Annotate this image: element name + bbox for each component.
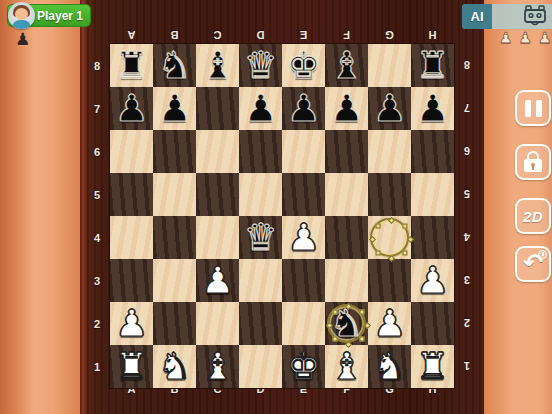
- square-d6[interactable]: [239, 130, 282, 173]
- square-b8[interactable]: ♞: [153, 44, 196, 87]
- piece-black-pawn-h7[interactable]: ♟: [411, 87, 454, 130]
- square-e5[interactable]: [282, 173, 325, 216]
- square-f2[interactable]: ♞: [325, 302, 368, 345]
- file-label-c-top: C: [196, 23, 239, 41]
- rank-label-4-left: 4: [86, 216, 108, 259]
- square-h4[interactable]: [411, 216, 454, 259]
- square-g6[interactable]: [368, 130, 411, 173]
- piece-black-rook-h8[interactable]: ♜: [411, 44, 454, 87]
- piece-black-pawn-d7[interactable]: ♟: [239, 87, 282, 130]
- file-label-e-top: E: [282, 23, 325, 41]
- ai-name-box: AI: [462, 4, 492, 29]
- rank-labels-left: 87654321: [86, 44, 108, 388]
- square-h8[interactable]: ♜: [411, 44, 454, 87]
- square-e7[interactable]: ♟: [282, 87, 325, 130]
- piece-white-bishop-f1[interactable]: ♝: [325, 345, 368, 388]
- square-c8[interactable]: ♝: [196, 44, 239, 87]
- piece-black-pawn-f7[interactable]: ♟: [325, 87, 368, 130]
- pause-button[interactable]: [515, 90, 551, 126]
- square-c4[interactable]: [196, 216, 239, 259]
- piece-white-pawn-c3[interactable]: ♟: [196, 259, 239, 302]
- captured-black-pawn-icon: ♟: [15, 29, 30, 49]
- square-a1[interactable]: ♜: [110, 345, 153, 388]
- square-f1[interactable]: ♝: [325, 345, 368, 388]
- file-label-g-top: G: [368, 23, 411, 41]
- piece-white-pawn-a2[interactable]: ♟: [110, 302, 153, 345]
- piece-black-king-e8[interactable]: ♚: [282, 44, 325, 87]
- square-c7[interactable]: [196, 87, 239, 130]
- square-c3[interactable]: ♟: [196, 259, 239, 302]
- rank-label-2-left: 2: [86, 302, 108, 345]
- pause-icon: [525, 100, 542, 117]
- square-e6[interactable]: [282, 130, 325, 173]
- captured-tray-left: ♟: [15, 29, 30, 49]
- view-2d-button[interactable]: 2D: [515, 198, 551, 234]
- avatar-shirt: [12, 20, 31, 29]
- file-label-b-top: B: [153, 23, 196, 41]
- piece-black-knight-b8[interactable]: ♞: [153, 44, 196, 87]
- square-e8[interactable]: ♚: [282, 44, 325, 87]
- square-g4[interactable]: [368, 216, 411, 259]
- square-g5[interactable]: [368, 173, 411, 216]
- rank-label-2-right: 2: [456, 302, 478, 345]
- square-d4[interactable]: ♛: [239, 216, 282, 259]
- square-e3[interactable]: [282, 259, 325, 302]
- square-f7[interactable]: ♟: [325, 87, 368, 130]
- rank-label-7-right: 7: [456, 87, 478, 130]
- square-d5[interactable]: [239, 173, 282, 216]
- square-h7[interactable]: ♟: [411, 87, 454, 130]
- rank-label-6-left: 6: [86, 130, 108, 173]
- piece-black-pawn-a7[interactable]: ♟: [110, 87, 153, 130]
- rank-label-6-right: 6: [456, 130, 478, 173]
- square-c1[interactable]: ♝: [196, 345, 239, 388]
- file-label-d-top: D: [239, 23, 282, 41]
- rank-label-1-right: 1: [456, 345, 478, 388]
- lock-icon: [524, 151, 542, 173]
- ai-name-banner: AI: [462, 4, 552, 29]
- square-d8[interactable]: ♛: [239, 44, 282, 87]
- square-c5[interactable]: [196, 173, 239, 216]
- square-h2[interactable]: [411, 302, 454, 345]
- piece-black-queen-d8[interactable]: ♛: [239, 44, 282, 87]
- move-highlight-ring-g4: [370, 218, 409, 257]
- file-labels-top: ABCDEFGH: [110, 23, 454, 41]
- square-b7[interactable]: ♟: [153, 87, 196, 130]
- piece-black-bishop-c8[interactable]: ♝: [196, 44, 239, 87]
- square-a8[interactable]: ♜: [110, 44, 153, 87]
- piece-black-knight-f2[interactable]: ♞: [325, 302, 368, 345]
- square-b6[interactable]: [153, 130, 196, 173]
- square-a2[interactable]: ♟: [110, 302, 153, 345]
- chess-board[interactable]: ♜♞♝♛♚♝♜♟♟♟♟♟♟♟♛♟♟♟♟♞♟♜♞♝♚♝♞♜: [110, 44, 454, 388]
- rank-label-3-right: 3: [456, 259, 478, 302]
- rank-label-8-right: 8: [456, 44, 478, 87]
- ai-name: AI: [471, 9, 484, 24]
- piece-white-pawn-e4[interactable]: ♟: [282, 216, 325, 259]
- square-g3[interactable]: [368, 259, 411, 302]
- piece-black-bishop-f8[interactable]: ♝: [325, 44, 368, 87]
- square-d2[interactable]: [239, 302, 282, 345]
- square-f5[interactable]: [325, 173, 368, 216]
- square-c2[interactable]: [196, 302, 239, 345]
- square-a6[interactable]: [110, 130, 153, 173]
- square-a5[interactable]: [110, 173, 153, 216]
- square-g2[interactable]: ♟: [368, 302, 411, 345]
- square-f8[interactable]: ♝: [325, 44, 368, 87]
- square-f6[interactable]: [325, 130, 368, 173]
- square-a3[interactable]: [110, 259, 153, 302]
- avatar-face: [15, 8, 28, 20]
- robot-icon: [523, 5, 547, 28]
- square-b2[interactable]: [153, 302, 196, 345]
- square-h6[interactable]: [411, 130, 454, 173]
- square-e1[interactable]: ♚: [282, 345, 325, 388]
- square-a7[interactable]: ♟: [110, 87, 153, 130]
- piece-white-rook-a1[interactable]: ♜: [110, 345, 153, 388]
- player1-name: Player 1: [37, 9, 83, 23]
- piece-black-queen-d4[interactable]: ♛: [239, 216, 282, 259]
- square-h1[interactable]: ♜: [411, 345, 454, 388]
- captured-tray-right: ♟♟♟: [499, 29, 551, 47]
- square-g1[interactable]: ♞: [368, 345, 411, 388]
- undo-clock-detail: [538, 250, 547, 259]
- piece-black-pawn-g7[interactable]: ♟: [368, 87, 411, 130]
- rank-label-7-left: 7: [86, 87, 108, 130]
- lock-button[interactable]: [515, 144, 551, 180]
- piece-white-pawn-h3[interactable]: ♟: [411, 259, 454, 302]
- piece-white-knight-b1[interactable]: ♞: [153, 345, 196, 388]
- square-e2[interactable]: [282, 302, 325, 345]
- rank-label-8-left: 8: [86, 44, 108, 87]
- piece-black-rook-a8[interactable]: ♜: [110, 44, 153, 87]
- rank-label-5-right: 5: [456, 173, 478, 216]
- piece-white-pawn-g2[interactable]: ♟: [368, 302, 411, 345]
- undo-button[interactable]: ↶: [515, 246, 551, 282]
- view-2d-label: 2D: [523, 208, 543, 225]
- file-label-h-top: H: [411, 23, 454, 41]
- rank-label-4-right: 4: [456, 216, 478, 259]
- square-h3[interactable]: ♟: [411, 259, 454, 302]
- square-g8[interactable]: [368, 44, 411, 87]
- person-avatar-icon: [8, 2, 35, 29]
- square-b4[interactable]: [153, 216, 196, 259]
- rank-label-1-left: 1: [86, 345, 108, 388]
- square-e4[interactable]: ♟: [282, 216, 325, 259]
- piece-white-knight-g1[interactable]: ♞: [368, 345, 411, 388]
- captured-white-pawn-icon: ♟: [518, 29, 531, 47]
- piece-black-pawn-e7[interactable]: ♟: [282, 87, 325, 130]
- rank-label-3-left: 3: [86, 259, 108, 302]
- chess-app-screen: ABCDEFGH ABCDEFGH 87654321 87654321 ♜♞♝♛…: [0, 0, 552, 414]
- file-label-a-top: A: [110, 23, 153, 41]
- rank-label-5-left: 5: [86, 173, 108, 216]
- square-c6[interactable]: [196, 130, 239, 173]
- square-h5[interactable]: [411, 173, 454, 216]
- captured-white-pawn-icon: ♟: [538, 29, 551, 47]
- piece-white-bishop-c1[interactable]: ♝: [196, 345, 239, 388]
- square-g7[interactable]: ♟: [368, 87, 411, 130]
- square-d3[interactable]: [239, 259, 282, 302]
- rank-labels-right: 87654321: [456, 44, 478, 388]
- file-label-f-top: F: [325, 23, 368, 41]
- captured-white-pawn-icon: ♟: [499, 29, 512, 47]
- square-b3[interactable]: [153, 259, 196, 302]
- square-b5[interactable]: [153, 173, 196, 216]
- square-f3[interactable]: [325, 259, 368, 302]
- square-b1[interactable]: ♞: [153, 345, 196, 388]
- piece-black-pawn-b7[interactable]: ♟: [153, 87, 196, 130]
- square-f4[interactable]: [325, 216, 368, 259]
- square-d7[interactable]: ♟: [239, 87, 282, 130]
- square-a4[interactable]: [110, 216, 153, 259]
- piece-white-king-e1[interactable]: ♚: [282, 345, 325, 388]
- piece-white-rook-h1[interactable]: ♜: [411, 345, 454, 388]
- square-d1[interactable]: [239, 345, 282, 388]
